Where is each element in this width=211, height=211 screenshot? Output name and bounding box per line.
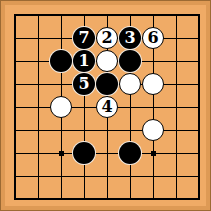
board-intersections: 7236154 xyxy=(4,4,211,211)
go-board: 7236154 xyxy=(0,0,211,211)
white-stone xyxy=(96,50,118,72)
move-number-label: 4 xyxy=(101,99,112,115)
move-number-label: 7 xyxy=(78,30,89,46)
white-stone-move-4: 4 xyxy=(96,96,118,118)
white-stone-move-6: 6 xyxy=(142,27,164,49)
move-number-label: 3 xyxy=(124,30,135,46)
black-stone xyxy=(50,50,72,72)
move-number-label: 1 xyxy=(78,53,89,69)
black-stone-move-7: 7 xyxy=(73,27,95,49)
black-stone xyxy=(73,142,95,164)
black-stone-move-1: 1 xyxy=(73,50,95,72)
white-stone xyxy=(142,73,164,95)
black-stone xyxy=(119,50,141,72)
white-stone xyxy=(50,96,72,118)
white-stone xyxy=(119,73,141,95)
move-number-label: 5 xyxy=(78,76,89,92)
move-number-label: 2 xyxy=(101,30,112,46)
white-stone xyxy=(142,119,164,141)
black-stone-move-5: 5 xyxy=(73,73,95,95)
black-stone xyxy=(96,73,118,95)
black-stone xyxy=(119,142,141,164)
move-number-label: 6 xyxy=(147,30,158,46)
white-stone-move-2: 2 xyxy=(96,27,118,49)
black-stone-move-3: 3 xyxy=(119,27,141,49)
